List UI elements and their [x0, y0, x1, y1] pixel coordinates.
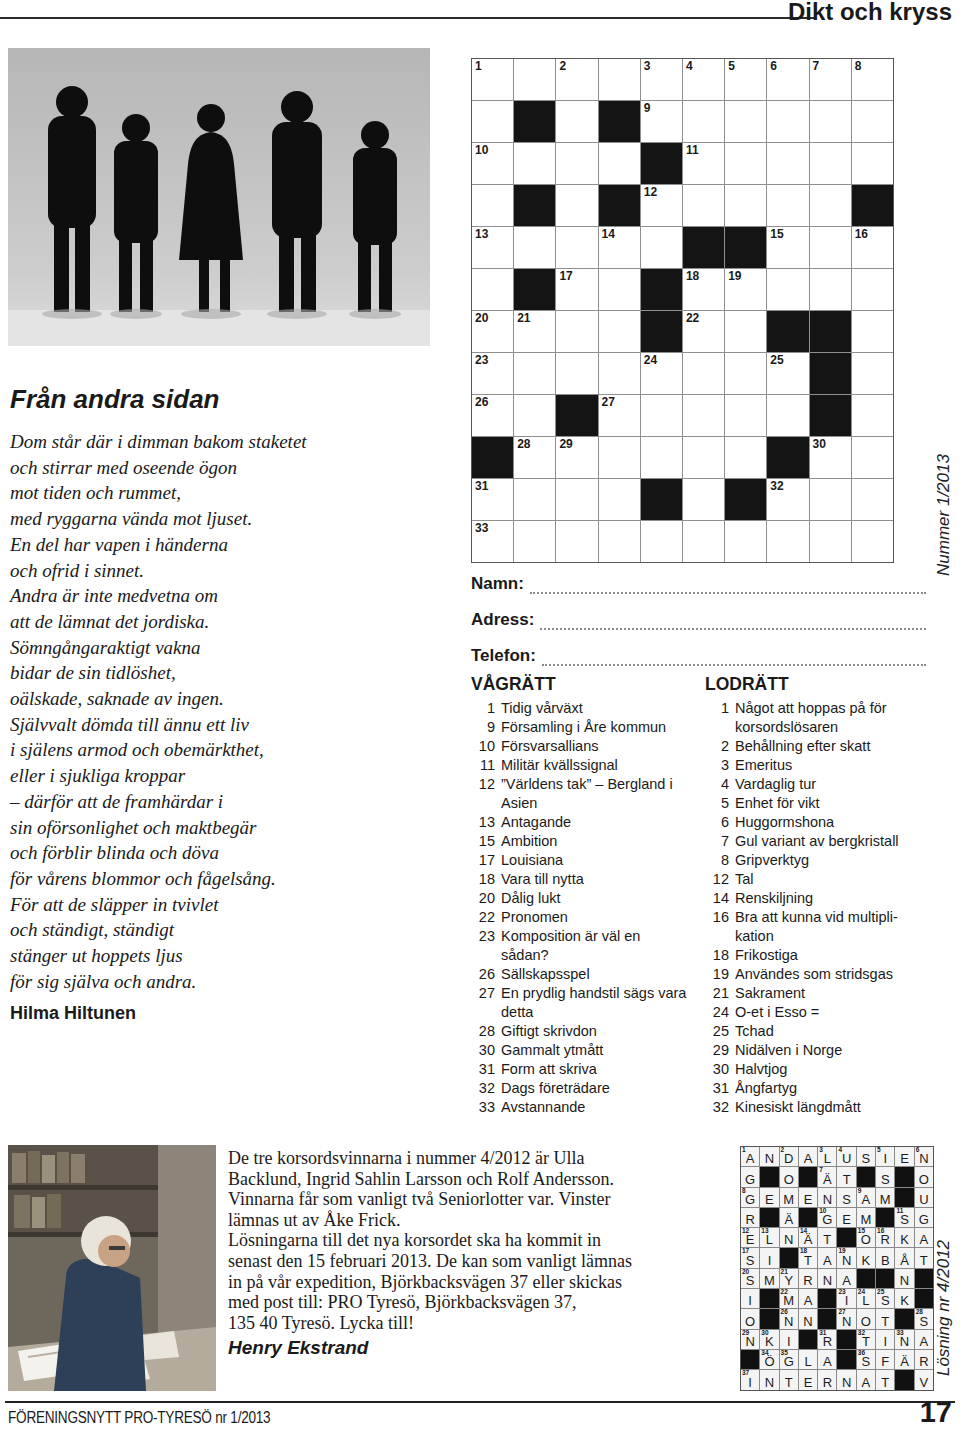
clue-text: Gammalt ytmått: [501, 1041, 603, 1060]
cell-number: 37: [742, 1370, 749, 1377]
solution-letter: T: [823, 1232, 831, 1247]
puzzle-cell-r11c2[interactable]: [514, 479, 555, 520]
solution-letter: S: [746, 1273, 755, 1288]
puzzle-cell-r12c3[interactable]: [556, 521, 597, 562]
solution-cell-r7c7: [857, 1269, 875, 1288]
across-list: 1Tidig vårväxt9Församling i Åre kommun10…: [471, 699, 691, 1117]
puzzle-cell-r10c9[interactable]: 30: [810, 437, 851, 478]
clue-text: Kinesiskt längdmått: [735, 1098, 861, 1117]
solution-cell-r9c9: [895, 1309, 913, 1328]
puzzle-cell-r3c2[interactable]: [514, 143, 555, 184]
solution-cell-r1c9: E: [895, 1147, 913, 1166]
puzzle-cell-r8c6[interactable]: [683, 353, 724, 394]
puzzle-cell-r5c4[interactable]: 14: [599, 227, 640, 268]
cell-number: 27: [838, 1309, 845, 1316]
puzzle-cell-r3c8[interactable]: [767, 143, 808, 184]
puzzle-cell-r6c4[interactable]: [599, 269, 640, 310]
puzzle-cell-r7c6[interactable]: 22: [683, 311, 724, 352]
solution-cell-r6c9: Å: [895, 1248, 913, 1267]
solution-cell-r9c6: 27N: [837, 1309, 855, 1328]
solution-letter: V: [919, 1375, 928, 1390]
solution-letter: A: [842, 1273, 851, 1288]
puzzle-cell-r1c10[interactable]: 8: [852, 59, 893, 100]
solution-letter: S: [881, 1293, 890, 1308]
solution-cell-r9c4: N: [799, 1309, 817, 1328]
clue-number: 30: [705, 1060, 729, 1079]
solution-cell-r9c10: 28S: [915, 1309, 933, 1328]
solution-cell-r12c4: E: [799, 1370, 817, 1389]
solution-cell-r1c1: 1A: [741, 1147, 759, 1166]
puzzle-cell-r6c10[interactable]: [852, 269, 893, 310]
puzzle-cell-r1c7[interactable]: 5: [725, 59, 766, 100]
cell-number: 22: [781, 1289, 788, 1296]
clue-text: Tidig vårväxt: [501, 699, 583, 718]
solution-letter: E: [900, 1151, 909, 1166]
solution-letter: O: [745, 1314, 755, 1329]
puzzle-cell-r2c6[interactable]: [683, 101, 724, 142]
puzzle-cell-r12c4[interactable]: [599, 521, 640, 562]
issue-number-vertical: Nummer 1/2013: [934, 454, 954, 576]
puzzle-cell-r10c7[interactable]: [725, 437, 766, 478]
puzzle-cell-r6c7[interactable]: 19: [725, 269, 766, 310]
solution-letter: N: [823, 1273, 832, 1288]
puzzle-cell-r8c7[interactable]: [725, 353, 766, 394]
address-input-line[interactable]: [540, 608, 926, 630]
solution-label-vertical: Lösning nr 4/2012: [934, 1240, 954, 1376]
solution-letter: T: [920, 1253, 928, 1268]
solution-cell-r8c8: 25S: [876, 1289, 894, 1308]
clue-item: 31Ångfartyg: [705, 1079, 930, 1098]
solution-letter: K: [900, 1232, 909, 1247]
down-title: LODRÄTT: [705, 674, 930, 695]
clue-text: Halvtjog: [735, 1060, 787, 1079]
puzzle-cell-r6c9[interactable]: [810, 269, 851, 310]
puzzle-cell-r1c3[interactable]: 2: [556, 59, 597, 100]
puzzle-cell-r3c6[interactable]: 11: [683, 143, 724, 184]
solution-letter: R: [823, 1334, 832, 1349]
puzzle-cell-r8c2[interactable]: [514, 353, 555, 394]
puzzle-cell-r8c9: [810, 353, 851, 394]
clue-item: 4Vardaglig tur: [705, 775, 930, 794]
clue-text: Giftigt skrivdon: [501, 1022, 597, 1041]
solution-cell-r6c2: I: [760, 1248, 778, 1267]
clue-text: Frikostiga: [735, 946, 798, 965]
clue-text: Behållning efter skatt: [735, 737, 870, 756]
puzzle-cell-r8c3[interactable]: [556, 353, 597, 394]
clue-item: 21Sakrament: [705, 984, 930, 1003]
puzzle-cell-r9c6[interactable]: [683, 395, 724, 436]
solution-cell-r2c1: G: [741, 1167, 759, 1186]
name-row: Namn:: [471, 568, 926, 594]
clue-number: 32: [471, 1079, 495, 1098]
entry-form: Namn: Adress: Telefon:: [471, 568, 926, 676]
cell-number: 6: [916, 1147, 920, 1154]
solution-cell-r12c1: 37I: [741, 1370, 759, 1389]
solution-cell-r8c10: [915, 1289, 933, 1308]
solution-cell-r3c3: M: [780, 1188, 798, 1207]
solution-cell-r11c10: R: [915, 1350, 933, 1369]
clue-item: 7Gul variant av bergkristall: [705, 832, 930, 851]
clue-item: 30Gammalt ytmått: [471, 1041, 691, 1060]
solution-cell-r4c1: R: [741, 1208, 759, 1227]
puzzle-cell-r7c2[interactable]: 21: [514, 311, 555, 352]
solution-cell-r6c1: 17S: [741, 1248, 759, 1267]
puzzle-cell-r9c3: [556, 395, 597, 436]
solution-cell-r5c8: 16R: [876, 1228, 894, 1247]
clue-text: Pronomen: [501, 908, 568, 927]
cell-number: 17: [742, 1248, 749, 1255]
clue-item: 15Ambition: [471, 832, 691, 851]
solution-cell-r10c10: A: [915, 1330, 933, 1349]
puzzle-cell-r4c1[interactable]: [472, 185, 513, 226]
puzzle-cell-r4c8[interactable]: [767, 185, 808, 226]
cell-number: 31: [475, 480, 488, 492]
puzzle-cell-r5c3[interactable]: [556, 227, 597, 268]
puzzle-cell-r3c9[interactable]: [810, 143, 851, 184]
clue-text: O-et i Esso =: [735, 1003, 819, 1022]
winner-photo: [8, 1145, 216, 1391]
cell-number: 21: [517, 312, 530, 324]
puzzle-cell-r4c5[interactable]: 12: [641, 185, 682, 226]
solution-cell-r11c7: 36S: [857, 1350, 875, 1369]
clue-item: 8Gripverktyg: [705, 851, 930, 870]
clue-text: ”Världens tak” – Bergland i Asien: [501, 775, 691, 813]
puzzle-cell-r7c10[interactable]: [852, 311, 893, 352]
solution-cell-r5c3: N: [780, 1228, 798, 1247]
puzzle-cell-r6c1[interactable]: [472, 269, 513, 310]
solution-cell-r7c9: N: [895, 1269, 913, 1288]
across-title: VÅGRÄTT: [471, 674, 691, 695]
puzzle-cell-r9c2[interactable]: [514, 395, 555, 436]
solution-letter: I: [883, 1151, 887, 1166]
cell-number: 21: [781, 1269, 788, 1276]
solution-cell-r10c5: 31R: [818, 1330, 836, 1349]
solution-cell-r7c10: [915, 1269, 933, 1288]
solution-cell-r6c6: 19N: [837, 1248, 855, 1267]
cell-number: 20: [475, 312, 488, 324]
solution-cell-r10c1: 29N: [741, 1330, 759, 1349]
solution-letter: N: [842, 1375, 851, 1390]
puzzle-cell-r11c10[interactable]: [852, 479, 893, 520]
puzzle-cell-r5c2[interactable]: [514, 227, 555, 268]
solution-cell-r9c8: T: [876, 1309, 894, 1328]
solution-cell-r5c6: [837, 1228, 855, 1247]
solution-cell-r7c3: 21Y: [780, 1269, 798, 1288]
clue-number: 30: [471, 1041, 495, 1060]
puzzle-cell-r5c1[interactable]: 13: [472, 227, 513, 268]
puzzle-cell-r1c9[interactable]: 7: [810, 59, 851, 100]
puzzle-cell-r1c5[interactable]: 3: [641, 59, 682, 100]
solution-cell-r4c5: 10G: [818, 1208, 836, 1227]
puzzle-cell-r6c6[interactable]: 18: [683, 269, 724, 310]
puzzle-cell-r12c6[interactable]: [683, 521, 724, 562]
clue-item: 6Huggormshona: [705, 813, 930, 832]
puzzle-cell-r8c5[interactable]: 24: [641, 353, 682, 394]
clue-item: 28Giftigt skrivdon: [471, 1022, 691, 1041]
puzzle-cell-r1c6[interactable]: 4: [683, 59, 724, 100]
clue-item: 30Halvtjog: [705, 1060, 930, 1079]
solution-cell-r7c5: N: [818, 1269, 836, 1288]
clue-text: Nidälven i Norge: [735, 1041, 842, 1060]
solution-letter: N: [823, 1192, 832, 1207]
solution-cell-r12c7: A: [857, 1370, 875, 1389]
solution-cell-r5c4: 14Ä: [799, 1228, 817, 1247]
cell-number: 31: [819, 1330, 826, 1337]
puzzle-cell-r5c9[interactable]: [810, 227, 851, 268]
clue-number: 12: [471, 775, 495, 813]
puzzle-cell-r7c1[interactable]: 20: [472, 311, 513, 352]
address-row: Adress:: [471, 604, 926, 630]
cell-number: 25: [770, 354, 783, 366]
solution-letter: T: [881, 1314, 889, 1329]
puzzle-cell-r8c8[interactable]: 25: [767, 353, 808, 394]
clue-text: Bra att kunna vid multipli­kation: [735, 908, 930, 946]
solution-letter: O: [784, 1172, 794, 1187]
solution-cell-r3c2: E: [760, 1188, 778, 1207]
solution-letter: B: [881, 1253, 890, 1268]
puzzle-cell-r2c1[interactable]: [472, 101, 513, 142]
cell-number: 9: [858, 1188, 862, 1195]
puzzle-cell-r9c4[interactable]: 27: [599, 395, 640, 436]
clue-item: 1Tidig vårväxt: [471, 699, 691, 718]
puzzle-cell-r8c10[interactable]: [852, 353, 893, 394]
cell-number: 22: [686, 312, 699, 324]
puzzle-cell-r4c3[interactable]: [556, 185, 597, 226]
solution-cell-r10c8: I: [876, 1330, 894, 1349]
puzzle-cell-r10c6[interactable]: [683, 437, 724, 478]
clue-text: Emeritus: [735, 756, 792, 775]
solution-letter: A: [862, 1375, 871, 1390]
puzzle-cell-r12c10[interactable]: [852, 521, 893, 562]
clue-number: 21: [705, 984, 729, 1003]
clue-text: Vardaglig tur: [735, 775, 816, 794]
solution-cell-r1c8: 5I: [876, 1147, 894, 1166]
puzzle-cell-r9c1[interactable]: 26: [472, 395, 513, 436]
puzzle-cell-r9c10[interactable]: [852, 395, 893, 436]
puzzle-cell-r7c4[interactable]: [599, 311, 640, 352]
puzzle-cell-r10c8: [767, 437, 808, 478]
solution-letter: K: [765, 1334, 774, 1349]
solution-cell-r9c1: O: [741, 1309, 759, 1328]
cell-number: 24: [644, 354, 657, 366]
solution-cell-r1c5: 3L: [818, 1147, 836, 1166]
clue-item: 2Behållning efter skatt: [705, 737, 930, 756]
solution-letter: Ä: [804, 1232, 813, 1247]
solution-cell-r10c2: 30K: [760, 1330, 778, 1349]
page-title: Dikt och kryss: [788, 0, 952, 26]
puzzle-cell-r11c1[interactable]: 31: [472, 479, 513, 520]
solution-cell-r10c7: 32T: [857, 1330, 875, 1349]
solution-letter: T: [843, 1172, 851, 1187]
puzzle-cell-r5c5[interactable]: [641, 227, 682, 268]
puzzle-cell-r12c7[interactable]: [725, 521, 766, 562]
puzzle-cell-r7c3[interactable]: [556, 311, 597, 352]
cell-number: 33: [475, 522, 488, 534]
down-clues: LODRÄTT 1Något att hoppas på för korsord…: [705, 674, 930, 1117]
cell-number: 36: [858, 1350, 865, 1357]
solution-cell-r2c6: T: [837, 1167, 855, 1186]
solution-cell-r10c9: 33N: [895, 1330, 913, 1349]
solution-cell-r7c2: M: [760, 1269, 778, 1288]
solution-cell-r1c6: 4U: [837, 1147, 855, 1166]
clue-item: 11Militär kvällssignal: [471, 756, 691, 775]
clue-item: 13Antagande: [471, 813, 691, 832]
puzzle-cell-r9c5[interactable]: [641, 395, 682, 436]
solution-cell-r12c5: R: [818, 1370, 836, 1389]
puzzle-cell-r2c10[interactable]: [852, 101, 893, 142]
solution-cell-r11c2: 34Ö: [760, 1350, 778, 1369]
puzzle-cell-r7c7[interactable]: [725, 311, 766, 352]
cell-number: 1: [475, 60, 482, 72]
puzzle-cell-r11c3[interactable]: [556, 479, 597, 520]
puzzle-cell-r10c4[interactable]: [599, 437, 640, 478]
phone-input-line[interactable]: [542, 644, 926, 666]
puzzle-cell-r11c8[interactable]: 32: [767, 479, 808, 520]
cell-number: 27: [602, 396, 615, 408]
puzzle-cell-r9c8[interactable]: [767, 395, 808, 436]
clue-text: Ångfartyg: [735, 1079, 797, 1098]
solution-cell-r7c4: R: [799, 1269, 817, 1288]
solution-cell-r4c8: [876, 1208, 894, 1227]
solution-cell-r5c10: A: [915, 1228, 933, 1247]
solution-cell-r8c7: 24L: [857, 1289, 875, 1308]
puzzle-cell-r1c8[interactable]: 6: [767, 59, 808, 100]
clue-number: 25: [705, 1022, 729, 1041]
puzzle-cell-r12c2[interactable]: [514, 521, 555, 562]
solution-letter: E: [765, 1192, 774, 1207]
puzzle-cell-r12c8[interactable]: [767, 521, 808, 562]
puzzle-cell-r2c9[interactable]: [810, 101, 851, 142]
cell-number: 33: [896, 1330, 903, 1337]
solution-cell-r6c7: K: [857, 1248, 875, 1267]
cell-number: 19: [728, 270, 741, 282]
solution-letter: S: [919, 1314, 928, 1329]
puzzle-cell-r5c10[interactable]: 16: [852, 227, 893, 268]
puzzle-cell-r3c3[interactable]: [556, 143, 597, 184]
solution-cell-r3c1: 8G: [741, 1188, 759, 1207]
solution-cell-r12c6: N: [837, 1370, 855, 1389]
cell-number: 5: [877, 1147, 881, 1154]
puzzle-cell-r6c3[interactable]: 17: [556, 269, 597, 310]
solution-letter: F: [881, 1354, 889, 1369]
clue-number: 5: [705, 794, 729, 813]
puzzle-cell-r10c3[interactable]: 29: [556, 437, 597, 478]
puzzle-cell-r8c1[interactable]: 23: [472, 353, 513, 394]
solution-letter: E: [842, 1212, 851, 1227]
solution-cell-r5c2: 13L: [760, 1228, 778, 1247]
puzzle-cell-r1c2[interactable]: [514, 59, 555, 100]
cell-number: 13: [761, 1228, 768, 1235]
solution-letter: T: [785, 1375, 793, 1390]
puzzle-cell-r12c1[interactable]: 33: [472, 521, 513, 562]
puzzle-cell-r11c5: [641, 479, 682, 520]
puzzle-cell-r2c7[interactable]: [725, 101, 766, 142]
solution-cell-r2c5: 7Ä: [818, 1167, 836, 1186]
solution-letter: N: [784, 1232, 793, 1247]
solution-letter: A: [746, 1151, 755, 1166]
solution-cell-r8c6: 23I: [837, 1289, 855, 1308]
name-input-line[interactable]: [530, 572, 926, 594]
clue-number: 7: [705, 832, 729, 851]
clue-text: Tchad: [735, 1022, 774, 1041]
footer-rule: [5, 1401, 955, 1403]
solution-letter: T: [804, 1253, 812, 1268]
solution-letter: L: [824, 1151, 831, 1166]
solution-cell-r12c10: V: [915, 1370, 933, 1389]
puzzle-cell-r10c5[interactable]: [641, 437, 682, 478]
puzzle-cell-r2c3[interactable]: [556, 101, 597, 142]
solution-cell-r7c6: A: [837, 1269, 855, 1288]
puzzle-cell-r11c9[interactable]: [810, 479, 851, 520]
solution-letter: I: [845, 1293, 849, 1308]
solution-cell-r10c6: [837, 1330, 855, 1349]
cell-number: 6: [770, 60, 777, 72]
clue-number: 20: [471, 889, 495, 908]
puzzle-cell-r5c7: [725, 227, 766, 268]
puzzle-cell-r2c5[interactable]: 9: [641, 101, 682, 142]
puzzle-cell-r1c4[interactable]: [599, 59, 640, 100]
solution-cell-r1c2: N: [760, 1147, 778, 1166]
clue-item: 33Avstannande: [471, 1098, 691, 1117]
puzzle-cell-r12c5[interactable]: [641, 521, 682, 562]
puzzle-cell-r3c1[interactable]: 10: [472, 143, 513, 184]
puzzle-cell-r4c9[interactable]: [810, 185, 851, 226]
clue-number: 2: [705, 737, 729, 756]
solution-letter: O: [919, 1172, 929, 1187]
solution-letter: M: [880, 1192, 891, 1207]
solution-cell-r3c8: M: [876, 1188, 894, 1207]
cell-number: 15: [770, 228, 783, 240]
solution-cell-r5c5: T: [818, 1228, 836, 1247]
puzzle-cell-r6c8[interactable]: [767, 269, 808, 310]
puzzle-cell-r3c4[interactable]: [599, 143, 640, 184]
clue-text: Sakrament: [735, 984, 805, 1003]
clue-text: Dålig lukt: [501, 889, 561, 908]
puzzle-cell-r10c2[interactable]: 28: [514, 437, 555, 478]
across-clues: VÅGRÄTT 1Tidig vårväxt9Församling i Åre …: [471, 674, 691, 1117]
solution-letter: Å: [900, 1253, 909, 1268]
puzzle-cell-r11c6[interactable]: [683, 479, 724, 520]
puzzle-cell-r1c1[interactable]: 1: [472, 59, 513, 100]
puzzle-cell-r11c4[interactable]: [599, 479, 640, 520]
cell-number: 3: [819, 1147, 823, 1154]
puzzle-cell-r5c8[interactable]: 15: [767, 227, 808, 268]
puzzle-cell-r10c10[interactable]: [852, 437, 893, 478]
puzzle-cell-r8c4[interactable]: [599, 353, 640, 394]
puzzle-cell-r2c8[interactable]: [767, 101, 808, 142]
puzzle-cell-r9c7[interactable]: [725, 395, 766, 436]
solution-letter: S: [881, 1172, 890, 1187]
clue-item: 17Louisiana: [471, 851, 691, 870]
clue-item: 9Församling i Åre kommun: [471, 718, 691, 737]
puzzle-cell-r4c7[interactable]: [725, 185, 766, 226]
solution-cell-r3c6: S: [837, 1188, 855, 1207]
solution-letter: D: [784, 1151, 793, 1166]
solution-letter: M: [783, 1293, 794, 1308]
cell-number: 24: [858, 1289, 865, 1296]
clue-text: Louisiana: [501, 851, 563, 870]
puzzle-cell-r12c9[interactable]: [810, 521, 851, 562]
puzzle-cell-r3c7[interactable]: [725, 143, 766, 184]
solution-letter: T: [881, 1375, 889, 1390]
clue-number: 12: [705, 870, 729, 889]
puzzle-cell-r3c10[interactable]: [852, 143, 893, 184]
puzzle-cell-r4c6[interactable]: [683, 185, 724, 226]
poem-author: Hilma Hiltunen: [10, 1003, 362, 1024]
clue-item: 29Nidälven i Norge: [705, 1041, 930, 1060]
solution-cell-r3c9: [895, 1188, 913, 1207]
clue-item: 19Användes som stridsgas: [705, 965, 930, 984]
